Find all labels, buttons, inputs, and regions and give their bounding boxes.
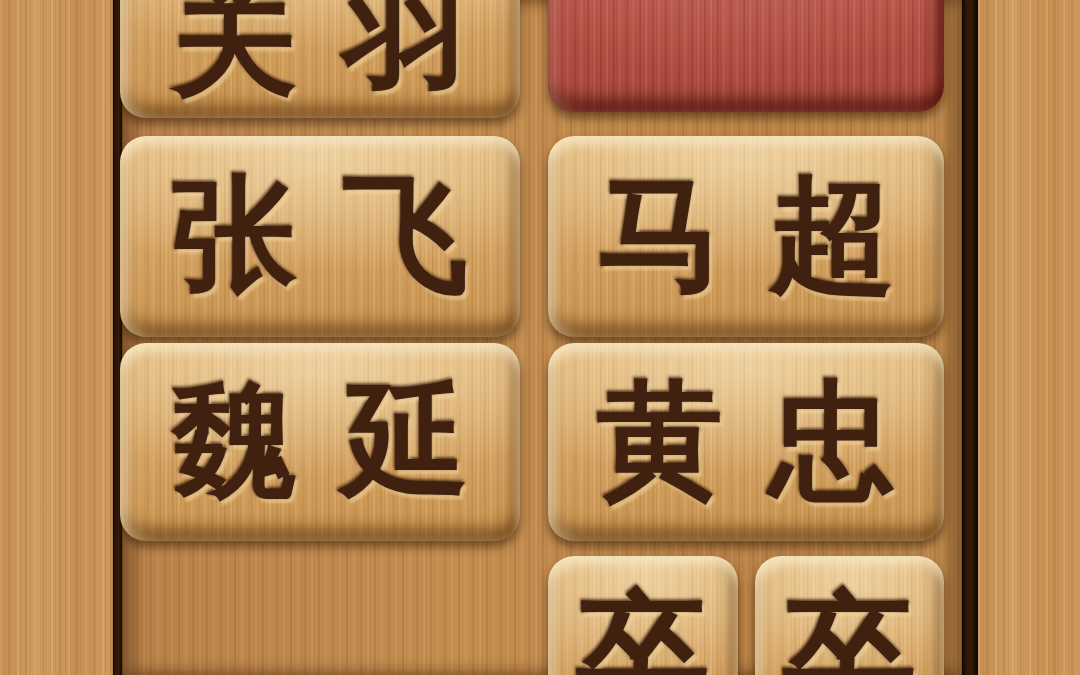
block-soldier-1[interactable]: 卒 xyxy=(548,556,738,675)
block-label: 张飞 xyxy=(171,152,515,321)
block-zhang-fei[interactable]: 张飞 xyxy=(120,136,520,337)
block-label: 卒 xyxy=(783,566,917,675)
block-label: 卒 xyxy=(576,566,710,675)
block-label: 魏延 xyxy=(171,358,515,527)
block-wei-yan[interactable]: 魏延 xyxy=(120,343,520,541)
block-label: 马超 xyxy=(597,152,941,321)
board-frame-left xyxy=(0,0,113,675)
board-frame-right xyxy=(978,0,1080,675)
board-edge-groove-right xyxy=(961,0,978,675)
block-huang-zhong[interactable]: 黄忠 xyxy=(548,343,944,541)
block-ma-chao[interactable]: 马超 xyxy=(548,136,944,337)
block-label: 关羽 xyxy=(171,0,515,124)
block-red-goal[interactable] xyxy=(548,0,944,112)
game-screen: 关羽 张飞 马超 魏延 黄忠 卒 卒 xyxy=(0,0,1080,675)
block-guan-yu[interactable]: 关羽 xyxy=(120,0,520,118)
block-soldier-2[interactable]: 卒 xyxy=(755,556,944,675)
block-label: 黄忠 xyxy=(597,358,941,527)
